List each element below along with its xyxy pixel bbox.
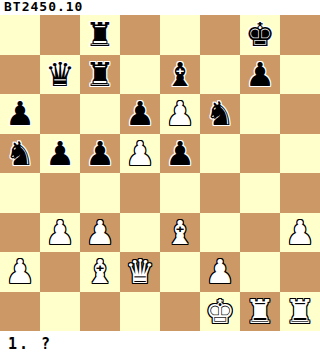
- square-f1[interactable]: ♚: [200, 292, 240, 332]
- square-f4[interactable]: [200, 173, 240, 213]
- square-d4[interactable]: [120, 173, 160, 213]
- square-g6[interactable]: [240, 94, 280, 134]
- white-king-piece: ♚: [205, 292, 235, 331]
- square-d3[interactable]: [120, 213, 160, 253]
- white-rook-piece: ♜: [245, 292, 275, 331]
- square-b8[interactable]: [40, 15, 80, 55]
- black-knight-piece: ♞: [5, 134, 35, 173]
- square-h4[interactable]: [280, 173, 320, 213]
- square-c7[interactable]: ♜: [80, 55, 120, 95]
- square-b7[interactable]: ♛: [40, 55, 80, 95]
- square-h7[interactable]: [280, 55, 320, 95]
- square-c6[interactable]: [80, 94, 120, 134]
- white-pawn-piece: ♟: [45, 213, 75, 252]
- square-e6[interactable]: ♟: [160, 94, 200, 134]
- square-g4[interactable]: [240, 173, 280, 213]
- white-queen-piece: ♛: [125, 252, 155, 291]
- square-b3[interactable]: ♟: [40, 213, 80, 253]
- square-a8[interactable]: [0, 15, 40, 55]
- square-c8[interactable]: ♜: [80, 15, 120, 55]
- square-h1[interactable]: ♜: [280, 292, 320, 332]
- square-f7[interactable]: [200, 55, 240, 95]
- black-rook-piece: ♜: [85, 15, 115, 54]
- square-b1[interactable]: [40, 292, 80, 332]
- white-rook-piece: ♜: [285, 292, 315, 331]
- square-a6[interactable]: ♟: [0, 94, 40, 134]
- square-c4[interactable]: [80, 173, 120, 213]
- square-f5[interactable]: [200, 134, 240, 174]
- white-pawn-piece: ♟: [125, 134, 155, 173]
- square-d6[interactable]: ♟: [120, 94, 160, 134]
- square-b2[interactable]: [40, 252, 80, 292]
- square-d2[interactable]: ♛: [120, 252, 160, 292]
- black-bishop-piece: ♝: [165, 55, 195, 94]
- black-pawn-piece: ♟: [5, 94, 35, 133]
- black-pawn-piece: ♟: [125, 94, 155, 133]
- white-pawn-piece: ♟: [165, 94, 195, 133]
- square-d1[interactable]: [120, 292, 160, 332]
- chess-board: ♜♚♛♜♝♟♟♟♟♞♞♟♟♟♟♟♟♝♟♟♝♛♟♚♜♜: [0, 15, 320, 331]
- black-pawn-piece: ♟: [165, 134, 195, 173]
- square-a3[interactable]: [0, 213, 40, 253]
- square-a5[interactable]: ♞: [0, 134, 40, 174]
- square-b5[interactable]: ♟: [40, 134, 80, 174]
- white-pawn-piece: ♟: [205, 252, 235, 291]
- square-h6[interactable]: [280, 94, 320, 134]
- square-f3[interactable]: [200, 213, 240, 253]
- black-knight-piece: ♞: [205, 94, 235, 133]
- square-g2[interactable]: [240, 252, 280, 292]
- square-a7[interactable]: [0, 55, 40, 95]
- black-pawn-piece: ♟: [85, 134, 115, 173]
- square-e8[interactable]: [160, 15, 200, 55]
- square-e5[interactable]: ♟: [160, 134, 200, 174]
- square-a4[interactable]: [0, 173, 40, 213]
- square-f6[interactable]: ♞: [200, 94, 240, 134]
- square-g5[interactable]: [240, 134, 280, 174]
- square-h5[interactable]: [280, 134, 320, 174]
- square-e2[interactable]: [160, 252, 200, 292]
- chess-app-window: BT2450.10 ♜♚♛♜♝♟♟♟♟♞♞♟♟♟♟♟♟♝♟♟♝♛♟♚♜♜ 1. …: [0, 0, 320, 360]
- square-c2[interactable]: ♝: [80, 252, 120, 292]
- square-d7[interactable]: [120, 55, 160, 95]
- white-pawn-piece: ♟: [85, 213, 115, 252]
- black-rook-piece: ♜: [85, 55, 115, 94]
- black-pawn-piece: ♟: [245, 55, 275, 94]
- square-c1[interactable]: [80, 292, 120, 332]
- square-h3[interactable]: ♟: [280, 213, 320, 253]
- square-h8[interactable]: [280, 15, 320, 55]
- square-e7[interactable]: ♝: [160, 55, 200, 95]
- square-g3[interactable]: [240, 213, 280, 253]
- square-h2[interactable]: [280, 252, 320, 292]
- square-c5[interactable]: ♟: [80, 134, 120, 174]
- square-e4[interactable]: [160, 173, 200, 213]
- square-c3[interactable]: ♟: [80, 213, 120, 253]
- square-d8[interactable]: [120, 15, 160, 55]
- move-prompt: 1. ?: [0, 331, 320, 360]
- white-bishop-piece: ♝: [165, 213, 195, 252]
- square-g7[interactable]: ♟: [240, 55, 280, 95]
- position-title: BT2450.10: [0, 0, 320, 15]
- square-b6[interactable]: [40, 94, 80, 134]
- square-d5[interactable]: ♟: [120, 134, 160, 174]
- square-g8[interactable]: ♚: [240, 15, 280, 55]
- square-b4[interactable]: [40, 173, 80, 213]
- white-pawn-piece: ♟: [5, 252, 35, 291]
- square-g1[interactable]: ♜: [240, 292, 280, 332]
- white-pawn-piece: ♟: [285, 213, 315, 252]
- square-f2[interactable]: ♟: [200, 252, 240, 292]
- square-f8[interactable]: [200, 15, 240, 55]
- black-queen-piece: ♛: [45, 55, 75, 94]
- square-e3[interactable]: ♝: [160, 213, 200, 253]
- white-bishop-piece: ♝: [85, 252, 115, 291]
- black-pawn-piece: ♟: [45, 134, 75, 173]
- square-a2[interactable]: ♟: [0, 252, 40, 292]
- black-king-piece: ♚: [245, 15, 275, 54]
- square-e1[interactable]: [160, 292, 200, 332]
- square-a1[interactable]: [0, 292, 40, 332]
